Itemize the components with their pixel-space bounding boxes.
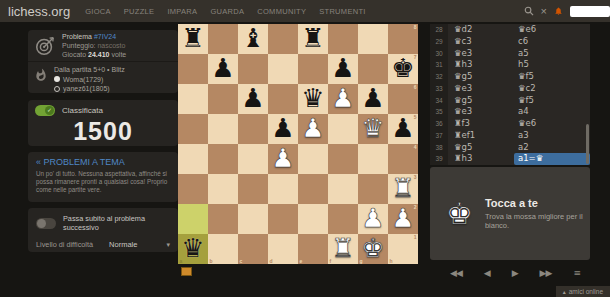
turn-status-title: Tocca a te — [485, 197, 590, 209]
square-f8[interactable] — [328, 24, 358, 54]
rated-box: ✓ Classificata 1500 — [28, 100, 178, 146]
move-number: 29 — [430, 36, 448, 48]
move-number: 35 — [430, 106, 448, 118]
black-player[interactable]: yanez61(1805) — [54, 84, 125, 94]
square-d5[interactable]: ♟ — [268, 114, 298, 144]
blitz-flame-icon — [34, 65, 48, 85]
first-move-button[interactable]: ◀◀ — [450, 268, 462, 278]
move-number: 38 — [430, 142, 448, 154]
rank-label-2: 2 — [414, 205, 417, 210]
auto-next-toggle[interactable] — [36, 218, 56, 229]
move-cell-black-36[interactable]: ♛e6 — [514, 118, 590, 130]
nav-item-strumenti[interactable]: STRUMENTI — [319, 7, 365, 16]
move-row-29: 29♛c3c6 — [430, 36, 590, 48]
square-f2[interactable] — [328, 204, 358, 234]
square-h7[interactable]: 7♚ — [388, 54, 418, 84]
square-h1[interactable]: h1 — [388, 234, 418, 264]
black-piece-c6: ♟ — [238, 84, 268, 114]
difficulty-label: Livello di difficoltà — [36, 240, 93, 249]
auto-next-label: Passa subito al problema successivo — [63, 214, 170, 232]
move-cell-black-28[interactable]: ♛e6 — [514, 24, 590, 36]
move-row-30: 30♛e3a5 — [430, 48, 590, 60]
move-cell-white-36[interactable]: ♜f3 — [448, 118, 514, 130]
move-cell-white-34[interactable]: ♛g5 — [448, 95, 514, 107]
lichess-puzzle-page: lichess.org GIOCAPUZZLEIMPARAGUARDACOMMU… — [0, 0, 610, 297]
nav-item-guarda[interactable]: GUARDA — [210, 7, 244, 16]
black-piece-e8: ♜ — [298, 24, 328, 54]
puzzle-info-box: Problema #7IV24 Punteggio: nascosto Gioc… — [28, 30, 178, 93]
nav-item-impara[interactable]: IMPARA — [167, 7, 197, 16]
square-d1[interactable]: d — [268, 234, 298, 264]
square-c7[interactable] — [238, 54, 268, 84]
theme-description: Un po' di tutto. Nessuna aspettativa, af… — [28, 169, 178, 195]
search-icon[interactable] — [524, 6, 534, 16]
square-g3[interactable] — [358, 174, 388, 204]
rank-label-8: 8 — [414, 25, 417, 30]
square-b1[interactable]: b — [208, 234, 238, 264]
white-piece-e5: ♟ — [298, 114, 328, 144]
file-label-b: b — [210, 258, 213, 264]
rated-label: Classificata — [62, 106, 103, 115]
white-piece-f6: ♟ — [328, 84, 358, 114]
nav-item-puzzle[interactable]: PUZZLE — [124, 7, 155, 16]
move-cell-black-33[interactable]: ♛c2 — [514, 83, 590, 95]
search-input[interactable] — [570, 6, 610, 17]
puzzle-rating-line: Punteggio: nascosto — [62, 41, 126, 50]
square-g4[interactable] — [358, 144, 388, 174]
chess-board: ♜♝♜8♟♟7♚♟♛♟♟6♟♟♛5♟♟43♜♟2♟a♛bcdef♜g♚h1 — [178, 24, 418, 264]
square-d4[interactable]: ♟ — [268, 144, 298, 174]
square-b8[interactable] — [208, 24, 238, 54]
white-piece-f1: ♜ — [328, 234, 358, 264]
move-cell-black-34[interactable]: ♛f5 — [514, 95, 590, 107]
target-icon — [34, 35, 56, 57]
black-piece-a1: ♛ — [178, 234, 208, 264]
move-list: 28♛d2♛e629♛c3c630♛e3a531♜h3h532♛g5♛f533♛… — [430, 24, 590, 165]
file-label-e: e — [300, 258, 303, 264]
puzzle-title-line: Problema #7IV24 — [62, 32, 126, 41]
move-row-38: 38♛g5a2 — [430, 142, 590, 154]
square-b4[interactable] — [208, 144, 238, 174]
square-h5[interactable]: 5♟ — [388, 114, 418, 144]
move-cell-black-30[interactable]: a5 — [514, 48, 590, 60]
move-number: 31 — [430, 59, 448, 71]
navbar-right: × — [524, 0, 610, 22]
white-piece-g2: ♟ — [358, 204, 388, 234]
move-row-36: 36♜f3♛e6 — [430, 118, 590, 130]
turn-status-box: ♚ Tocca a te Trova la mossa migliore per… — [430, 167, 590, 260]
move-cell-black-37[interactable]: a3 — [514, 130, 590, 142]
square-c8[interactable]: ♝ — [238, 24, 268, 54]
move-cell-white-39[interactable]: ♜h3 — [448, 153, 514, 165]
square-e8[interactable]: ♜ — [298, 24, 328, 54]
square-e3[interactable] — [298, 174, 328, 204]
square-f6[interactable]: ♟ — [328, 84, 358, 114]
square-c5[interactable] — [238, 114, 268, 144]
square-h8[interactable]: 8 — [388, 24, 418, 54]
move-cell-white-30[interactable]: ♛e3 — [448, 48, 514, 60]
move-cell-black-38[interactable]: a2 — [514, 142, 590, 154]
square-g5[interactable]: ♛ — [358, 114, 388, 144]
difficulty-select[interactable]: Normale — [109, 240, 137, 249]
move-cell-black-35[interactable]: a4 — [514, 106, 590, 118]
square-c3[interactable] — [238, 174, 268, 204]
square-e7[interactable] — [298, 54, 328, 84]
square-f1[interactable]: f♜ — [328, 234, 358, 264]
collapse-up-icon: ▴ — [563, 288, 566, 295]
rank-label-6: 6 — [414, 85, 417, 90]
move-number: 30 — [430, 48, 448, 60]
move-row-32: 32♛g5♛f5 — [430, 71, 590, 83]
square-d2[interactable] — [268, 204, 298, 234]
nav-item-gioca[interactable]: GIOCA — [85, 7, 111, 16]
move-number: 32 — [430, 71, 448, 83]
square-g6[interactable]: ♟ — [358, 84, 388, 114]
black-piece-e6: ♛ — [298, 84, 328, 114]
square-a2[interactable] — [178, 204, 208, 234]
menu-button[interactable]: ≡ — [573, 268, 580, 278]
square-b6[interactable] — [208, 84, 238, 114]
lichess-logo[interactable]: lichess.org — [8, 4, 70, 19]
rank-label-7: 7 — [414, 55, 417, 60]
square-c1[interactable]: c — [238, 234, 268, 264]
puzzle-played-line: Giocato 24.410 volte — [62, 50, 126, 59]
square-c6[interactable]: ♟ — [238, 84, 268, 114]
move-cell-white-31[interactable]: ♜h3 — [448, 59, 514, 71]
rank-label-1: 1 — [414, 235, 417, 240]
square-h3[interactable]: 3♜ — [388, 174, 418, 204]
square-b3[interactable] — [208, 174, 238, 204]
square-a5[interactable] — [178, 114, 208, 144]
move-cell-white-28[interactable]: ♛d2 — [448, 24, 514, 36]
rated-toggle[interactable]: ✓ — [35, 105, 55, 116]
rank-label-3: 3 — [414, 175, 417, 180]
square-f7[interactable]: ♟ — [328, 54, 358, 84]
square-e4[interactable] — [298, 144, 328, 174]
move-list-panel: 28♛d2♛e629♛c3c630♛e3a531♜h3h532♛g5♛f533♛… — [430, 24, 590, 165]
chevron-down-icon[interactable]: ▾ — [166, 241, 170, 249]
puzzle-id-link[interactable]: #7IV24 — [94, 33, 116, 40]
from-game-label[interactable]: Dalla partita 5+0 • Blitz — [54, 65, 125, 75]
move-number: 28 — [430, 24, 448, 36]
square-f3[interactable] — [328, 174, 358, 204]
move-number: 39 — [430, 153, 448, 165]
square-e5[interactable]: ♟ — [298, 114, 328, 144]
square-a7[interactable] — [178, 54, 208, 84]
white-disc-icon — [54, 76, 60, 82]
white-piece-d4: ♟ — [268, 144, 298, 174]
move-row-35: 35♛e3a4 — [430, 106, 590, 118]
square-d6[interactable] — [268, 84, 298, 114]
move-cell-white-37[interactable]: ♜ef1 — [448, 130, 514, 142]
move-number: 34 — [430, 95, 448, 107]
move-row-28: 28♛d2♛e6 — [430, 24, 590, 36]
rank-label-5: 5 — [414, 115, 417, 120]
square-a6[interactable] — [178, 84, 208, 114]
square-c2[interactable] — [238, 204, 268, 234]
square-h4[interactable]: 4 — [388, 144, 418, 174]
black-piece-c8: ♝ — [238, 24, 268, 54]
file-label-f: f — [330, 258, 332, 264]
move-row-34: 34♛g5♛f5 — [430, 95, 590, 107]
file-label-h: h — [390, 258, 393, 264]
prev-move-button[interactable]: ◀ — [484, 268, 490, 278]
black-piece-d5: ♟ — [268, 114, 298, 144]
user-puzzle-rating: 1500 — [28, 117, 178, 146]
top-navbar: lichess.org GIOCAPUZZLEIMPARAGUARDACOMMU… — [0, 0, 610, 22]
white-piece-g5: ♛ — [358, 114, 388, 144]
puzzle-progress-marker — [181, 267, 192, 276]
square-h2[interactable]: 2♟ — [388, 204, 418, 234]
themes-box: « PROBLEMI A TEMA Un po' di tutto. Nessu… — [28, 152, 178, 202]
nav-item-community[interactable]: COMMUNITY — [257, 7, 306, 16]
square-c4[interactable] — [238, 144, 268, 174]
move-cell-white-35[interactable]: ♛e3 — [448, 106, 514, 118]
square-e2[interactable] — [298, 204, 328, 234]
move-number: 33 — [430, 83, 448, 95]
file-label-c: c — [240, 258, 243, 264]
move-cell-white-32[interactable]: ♛g5 — [448, 71, 514, 83]
square-g8[interactable] — [358, 24, 388, 54]
move-row-37: 37♜ef1a3 — [430, 130, 590, 142]
move-cell-black-29[interactable]: c6 — [514, 36, 590, 48]
square-g7[interactable] — [358, 54, 388, 84]
black-piece-f7: ♟ — [328, 54, 358, 84]
move-number: 37 — [430, 130, 448, 142]
square-d3[interactable] — [268, 174, 298, 204]
square-d7[interactable] — [268, 54, 298, 84]
settings-box: Passa subito al problema successivo Live… — [28, 208, 178, 252]
move-row-33: 33♛e3♛c2 — [430, 83, 590, 95]
square-a3[interactable] — [178, 174, 208, 204]
black-disc-icon — [54, 86, 60, 92]
move-list-scrollbar[interactable] — [586, 124, 589, 164]
black-piece-a8: ♜ — [178, 24, 208, 54]
friends-online-bar[interactable]: ▴ amici online — [556, 286, 610, 297]
friends-online-label: amici online — [569, 288, 603, 295]
black-piece-b7: ♟ — [208, 54, 238, 84]
square-f4[interactable] — [328, 144, 358, 174]
white-player[interactable]: Woma(1729) — [54, 75, 125, 85]
black-piece-g6: ♟ — [358, 84, 388, 114]
white-king-icon: ♚ — [446, 197, 473, 231]
last-move-button[interactable]: ▶▶ — [540, 268, 552, 278]
file-label-d: d — [270, 258, 273, 264]
move-cell-black-31[interactable]: h5 — [514, 59, 590, 71]
source-game-section: Dalla partita 5+0 • Blitz Woma(1729) yan… — [28, 62, 178, 97]
square-f5[interactable] — [328, 114, 358, 144]
move-number: 36 — [430, 118, 448, 130]
square-a8[interactable]: ♜ — [178, 24, 208, 54]
square-g1[interactable]: g♚ — [358, 234, 388, 264]
square-d8[interactable] — [268, 24, 298, 54]
close-icon[interactable]: × — [541, 6, 547, 16]
square-b2[interactable] — [208, 204, 238, 234]
square-a4[interactable] — [178, 144, 208, 174]
rank-label-4: 4 — [414, 145, 417, 150]
square-e1[interactable]: e — [298, 234, 328, 264]
square-e6[interactable]: ♛ — [298, 84, 328, 114]
move-cell-white-38[interactable]: ♛g5 — [448, 142, 514, 154]
square-b5[interactable] — [208, 114, 238, 144]
playback-controls: ◀◀◀▶▶▶≡ — [430, 262, 590, 284]
move-row-39: 39♜h3a1=♛ — [430, 153, 590, 165]
move-cell-white-29[interactable]: ♛c3 — [448, 36, 514, 48]
square-h6[interactable]: 6 — [388, 84, 418, 114]
puzzle-info-section: Problema #7IV24 Punteggio: nascosto Gioc… — [28, 30, 178, 62]
square-g2[interactable]: ♟ — [358, 204, 388, 234]
square-a1[interactable]: a♛ — [178, 234, 208, 264]
file-label-g: g — [360, 258, 363, 264]
nav-menu: GIOCAPUZZLEIMPARAGUARDACOMMUNITYSTRUMENT… — [85, 7, 366, 16]
move-row-31: 31♜h3h5 — [430, 59, 590, 71]
file-label-a: a — [180, 258, 183, 264]
notification-bell-icon[interactable] — [554, 6, 563, 16]
move-cell-black-32[interactable]: ♛f5 — [514, 71, 590, 83]
turn-status-subtitle: Trova la mossa migliore per il bianco. — [485, 212, 590, 230]
square-b7[interactable]: ♟ — [208, 54, 238, 84]
puzzle-themes-link[interactable]: « PROBLEMI A TEMA — [28, 152, 178, 169]
move-cell-black-39[interactable]: a1=♛ — [514, 153, 590, 165]
move-cell-white-33[interactable]: ♛e3 — [448, 83, 514, 95]
next-move-button[interactable]: ▶ — [512, 268, 518, 278]
